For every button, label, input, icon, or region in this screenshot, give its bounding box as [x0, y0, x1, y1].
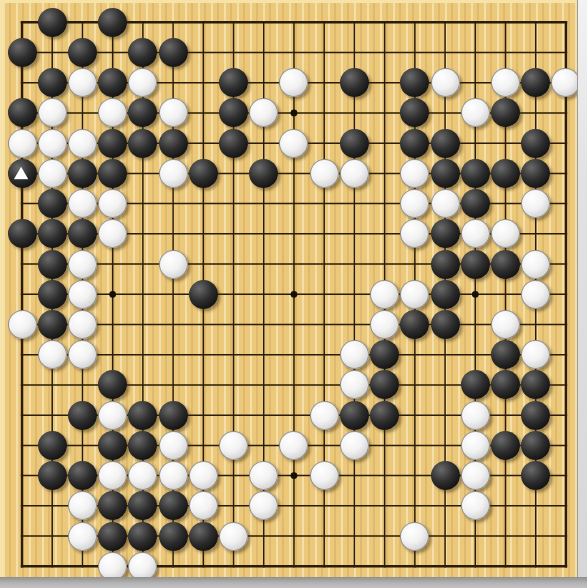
black-stone[interactable] [461, 189, 490, 218]
black-stone[interactable] [8, 98, 37, 127]
white-stone[interactable] [431, 68, 460, 97]
window-bottom-edge [0, 577, 587, 588]
black-stone[interactable] [219, 129, 248, 158]
black-stone[interactable] [159, 129, 188, 158]
black-stone[interactable] [38, 219, 67, 248]
white-stone[interactable] [159, 431, 188, 460]
white-stone[interactable] [340, 340, 369, 369]
black-stone[interactable] [68, 461, 97, 490]
go-board[interactable] [0, 0, 579, 578]
black-stone[interactable] [68, 159, 97, 188]
white-stone[interactable] [68, 129, 97, 158]
black-stone[interactable] [340, 68, 369, 97]
black-stone[interactable] [400, 129, 429, 158]
black-stone[interactable] [38, 280, 67, 309]
black-stone[interactable] [159, 38, 188, 67]
black-stone[interactable] [8, 219, 37, 248]
white-stone[interactable] [219, 522, 248, 551]
white-stone[interactable] [38, 340, 67, 369]
star-point [291, 472, 298, 479]
white-stone[interactable] [38, 129, 67, 158]
white-stone[interactable] [68, 250, 97, 279]
black-stone[interactable] [189, 522, 218, 551]
white-stone[interactable] [68, 189, 97, 218]
black-stone-marked[interactable] [8, 159, 37, 188]
white-stone[interactable] [189, 461, 218, 490]
white-stone[interactable] [68, 280, 97, 309]
black-stone[interactable] [431, 219, 460, 248]
white-stone[interactable] [310, 159, 339, 188]
white-stone[interactable] [431, 189, 460, 218]
black-stone[interactable] [431, 129, 460, 158]
black-stone[interactable] [249, 159, 278, 188]
black-stone[interactable] [521, 129, 550, 158]
black-stone[interactable] [491, 431, 520, 460]
black-stone[interactable] [461, 250, 490, 279]
black-stone[interactable] [431, 159, 460, 188]
white-stone[interactable] [461, 219, 490, 248]
white-stone[interactable] [340, 431, 369, 460]
white-stone[interactable] [279, 129, 308, 158]
white-stone[interactable] [461, 491, 490, 520]
star-point [472, 291, 479, 298]
black-stone[interactable] [8, 38, 37, 67]
white-stone[interactable] [310, 461, 339, 490]
black-stone[interactable] [98, 8, 127, 37]
white-stone[interactable] [159, 159, 188, 188]
white-stone[interactable] [521, 280, 550, 309]
black-stone[interactable] [521, 159, 550, 188]
black-stone[interactable] [431, 461, 460, 490]
black-stone[interactable] [189, 159, 218, 188]
star-point [291, 110, 298, 117]
white-stone[interactable] [189, 491, 218, 520]
white-stone[interactable] [98, 401, 127, 430]
white-stone[interactable] [38, 98, 67, 127]
white-stone[interactable] [68, 310, 97, 339]
black-stone[interactable] [68, 401, 97, 430]
black-stone[interactable] [128, 401, 157, 430]
window-right-scroll-strip[interactable] [577, 0, 587, 588]
black-stone[interactable] [38, 8, 67, 37]
white-stone[interactable] [370, 280, 399, 309]
black-stone[interactable] [370, 401, 399, 430]
black-stone[interactable] [128, 129, 157, 158]
white-stone[interactable] [68, 522, 97, 551]
black-stone[interactable] [189, 280, 218, 309]
black-stone[interactable] [38, 189, 67, 218]
white-stone[interactable] [159, 98, 188, 127]
black-stone[interactable] [340, 401, 369, 430]
white-stone[interactable] [491, 310, 520, 339]
black-stone[interactable] [128, 522, 157, 551]
white-stone[interactable] [219, 431, 248, 460]
black-stone[interactable] [98, 431, 127, 460]
white-stone[interactable] [68, 68, 97, 97]
screenshot-root: { "game": "go", "board_size": 19, "posit… [0, 0, 587, 588]
black-stone[interactable] [431, 280, 460, 309]
white-stone[interactable] [310, 401, 339, 430]
white-stone[interactable] [38, 159, 67, 188]
black-stone[interactable] [491, 250, 520, 279]
black-stone[interactable] [431, 310, 460, 339]
white-stone[interactable] [461, 431, 490, 460]
white-stone[interactable] [340, 159, 369, 188]
white-stone[interactable] [8, 129, 37, 158]
white-stone[interactable] [68, 340, 97, 369]
black-stone[interactable] [431, 250, 460, 279]
black-stone[interactable] [38, 310, 67, 339]
black-stone[interactable] [461, 159, 490, 188]
black-stone[interactable] [159, 401, 188, 430]
white-stone[interactable] [521, 250, 550, 279]
white-stone[interactable] [159, 250, 188, 279]
black-stone[interactable] [521, 431, 550, 460]
black-stone[interactable] [521, 401, 550, 430]
white-stone[interactable] [461, 461, 490, 490]
black-stone[interactable] [68, 38, 97, 67]
black-stone[interactable] [98, 129, 127, 158]
black-stone[interactable] [159, 522, 188, 551]
white-stone[interactable] [400, 522, 429, 551]
black-stone[interactable] [491, 159, 520, 188]
black-stone[interactable] [159, 491, 188, 520]
black-stone[interactable] [98, 522, 127, 551]
black-stone[interactable] [38, 461, 67, 490]
black-stone[interactable] [340, 129, 369, 158]
star-point [291, 291, 298, 298]
white-stone[interactable] [159, 461, 188, 490]
white-stone[interactable] [8, 310, 37, 339]
star-point [109, 291, 116, 298]
white-stone[interactable] [461, 401, 490, 430]
white-stone[interactable] [400, 280, 429, 309]
black-stone[interactable] [38, 250, 67, 279]
black-stone[interactable] [98, 159, 127, 188]
last-move-triangle-marker [14, 167, 29, 180]
black-stone[interactable] [38, 431, 67, 460]
black-stone[interactable] [38, 68, 67, 97]
white-stone[interactable] [370, 310, 399, 339]
